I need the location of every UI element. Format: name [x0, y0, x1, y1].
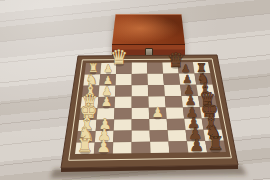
piece-white-pawn-h2[interactable]: ♟ — [96, 137, 111, 156]
square-a4[interactable] — [132, 63, 148, 75]
square-h3[interactable] — [113, 142, 132, 154]
square-c3[interactable] — [115, 85, 132, 97]
square-d3[interactable] — [115, 97, 132, 109]
photo-scene: ♛♛♜♟♟♜♞♟♟♞♝♟♟♝♛♟♟♛♚♟♟♚♝♟♟♝♞♟♟♞♜♟♟♜ — [0, 0, 270, 180]
square-f3[interactable] — [114, 119, 132, 131]
square-d6[interactable] — [165, 96, 183, 108]
square-b3[interactable] — [116, 74, 132, 85]
square-e6[interactable] — [166, 107, 184, 119]
square-b5[interactable] — [147, 74, 164, 85]
piece-white-pawn-d2[interactable]: ♟ — [101, 94, 112, 109]
square-d4[interactable] — [132, 96, 149, 108]
square-e4[interactable] — [132, 108, 150, 120]
square-b6[interactable] — [163, 74, 180, 86]
square-b4[interactable] — [132, 74, 148, 86]
square-c4[interactable] — [132, 85, 149, 97]
square-f6[interactable] — [167, 119, 186, 131]
piece-black-rook-h8[interactable]: ♜ — [207, 133, 224, 154]
square-f5[interactable] — [149, 119, 167, 130]
square-g5[interactable] — [150, 130, 169, 142]
square-h6[interactable] — [169, 141, 189, 153]
piece-white-pawn-a2[interactable]: ♟ — [104, 63, 113, 74]
square-c6[interactable] — [164, 85, 182, 97]
piece-white-rook-h1[interactable]: ♜ — [77, 135, 94, 156]
chessboard: ♛♛♜♟♟♜♞♟♟♞♝♟♟♝♛♟♟♛♚♟♟♚♝♟♟♝♞♟♟♞♜♟♟♜ — [0, 0, 270, 180]
square-a5[interactable] — [147, 62, 163, 73]
square-g6[interactable] — [168, 130, 187, 142]
square-g4[interactable] — [132, 130, 151, 142]
square-f4[interactable] — [132, 119, 150, 131]
piece-white-pawn-e5[interactable]: ♟ — [152, 104, 164, 120]
piece-black-pawn-h7[interactable]: ♟ — [190, 136, 205, 155]
square-h4[interactable] — [132, 142, 151, 154]
square-h5[interactable] — [150, 142, 169, 154]
square-e3[interactable] — [114, 108, 132, 120]
square-g3[interactable] — [113, 131, 132, 143]
square-c5[interactable] — [148, 85, 165, 96]
